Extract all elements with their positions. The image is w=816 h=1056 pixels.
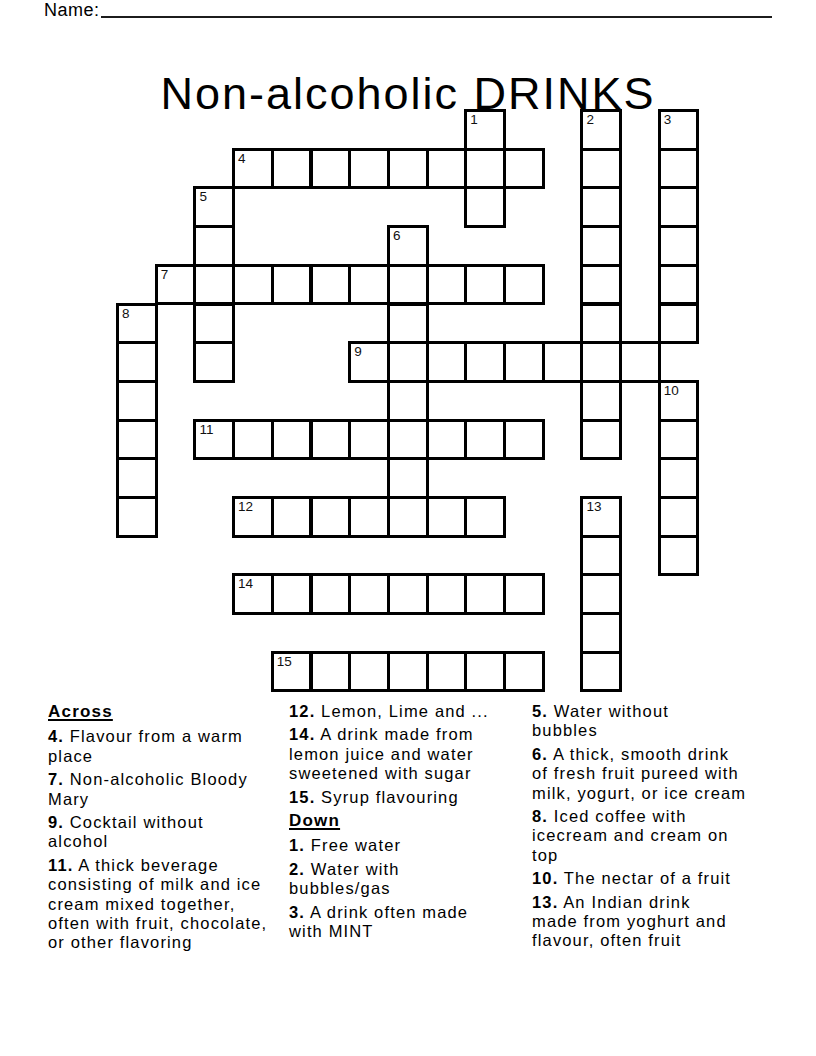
grid-cell[interactable] bbox=[580, 573, 622, 615]
clue-column-right: 5. Water withoutbubbles6. A thick, smoot… bbox=[532, 702, 772, 955]
grid-cell[interactable] bbox=[116, 380, 158, 422]
grid-cell[interactable]: 8 bbox=[116, 303, 158, 345]
grid-cell[interactable] bbox=[426, 496, 468, 538]
grid-cell[interactable] bbox=[580, 612, 622, 654]
grid-cell[interactable] bbox=[387, 651, 429, 693]
grid-cell[interactable] bbox=[116, 457, 158, 499]
grid-cell[interactable] bbox=[271, 573, 313, 615]
grid-cell[interactable] bbox=[193, 264, 235, 306]
clue-8: 8. Iced coffee withicecream and cream on… bbox=[532, 807, 772, 865]
grid-cell[interactable] bbox=[310, 419, 352, 461]
grid-cell[interactable] bbox=[464, 573, 506, 615]
clue-15: 15. Syrup flavouring bbox=[289, 788, 519, 807]
grid-cell[interactable]: 4 bbox=[232, 148, 274, 190]
grid-cell[interactable] bbox=[464, 496, 506, 538]
cell-number: 5 bbox=[199, 190, 207, 204]
grid-cell[interactable] bbox=[658, 535, 700, 577]
grid-cell[interactable] bbox=[503, 341, 545, 383]
grid-cell[interactable] bbox=[503, 264, 545, 306]
grid-cell[interactable] bbox=[387, 341, 429, 383]
grid-cell[interactable] bbox=[348, 419, 390, 461]
grid-cell[interactable] bbox=[658, 148, 700, 190]
clue-heading-across: Across bbox=[48, 702, 284, 721]
grid-cell[interactable] bbox=[348, 148, 390, 190]
clue-4: 4. Flavour from a warmplace bbox=[48, 727, 284, 766]
cell-number: 7 bbox=[161, 268, 169, 282]
grid-cell[interactable] bbox=[619, 341, 661, 383]
grid-cell[interactable] bbox=[464, 186, 506, 228]
cell-number: 15 bbox=[277, 655, 292, 669]
clue-2: 2. Water withbubbles/gas bbox=[289, 860, 519, 899]
grid-cell[interactable] bbox=[580, 148, 622, 190]
grid-cell[interactable]: 5 bbox=[193, 186, 235, 228]
grid-cell[interactable] bbox=[116, 341, 158, 383]
grid-cell[interactable] bbox=[387, 148, 429, 190]
cell-number: 14 bbox=[238, 577, 253, 591]
name-label: Name: bbox=[44, 0, 100, 21]
grid-cell[interactable] bbox=[387, 457, 429, 499]
grid-cell[interactable] bbox=[116, 419, 158, 461]
cell-number: 12 bbox=[238, 500, 253, 514]
grid-cell[interactable] bbox=[193, 303, 235, 345]
clue-13: 13. An Indian drinkmade from yoghurt and… bbox=[532, 893, 772, 951]
grid-cell[interactable]: 15 bbox=[271, 651, 313, 693]
grid-cell[interactable] bbox=[387, 380, 429, 422]
grid-cell[interactable] bbox=[580, 225, 622, 267]
grid-cell[interactable] bbox=[580, 380, 622, 422]
grid-cell[interactable] bbox=[387, 303, 429, 345]
grid-cell[interactable] bbox=[658, 186, 700, 228]
clue-6: 6. A thick, smooth drinkof fresh fruit p… bbox=[532, 745, 772, 803]
clue-14: 14. A drink made fromlemon juice and wat… bbox=[289, 725, 519, 783]
grid-cell[interactable]: 11 bbox=[193, 419, 235, 461]
grid-cell[interactable] bbox=[310, 651, 352, 693]
grid-cell[interactable] bbox=[464, 148, 506, 190]
grid-cell[interactable] bbox=[426, 341, 468, 383]
grid-cell[interactable]: 7 bbox=[155, 264, 197, 306]
grid-cell[interactable] bbox=[387, 264, 429, 306]
clue-7: 7. Non-alcoholic BloodyMary bbox=[48, 770, 284, 809]
grid-cell[interactable] bbox=[426, 573, 468, 615]
grid-cell[interactable] bbox=[387, 573, 429, 615]
grid-cell[interactable] bbox=[464, 264, 506, 306]
name-entry-line bbox=[101, 16, 772, 18]
grid-cell[interactable] bbox=[658, 264, 700, 306]
grid-cell[interactable] bbox=[580, 341, 622, 383]
grid-cell[interactable] bbox=[193, 341, 235, 383]
grid-cell[interactable] bbox=[271, 496, 313, 538]
grid-cell[interactable] bbox=[310, 264, 352, 306]
grid-cell[interactable]: 9 bbox=[348, 341, 390, 383]
grid-cell[interactable] bbox=[580, 303, 622, 345]
grid-cell[interactable] bbox=[503, 419, 545, 461]
grid-cell[interactable] bbox=[658, 303, 700, 345]
grid-cell[interactable] bbox=[426, 651, 468, 693]
grid-cell[interactable] bbox=[310, 573, 352, 615]
cell-number: 4 bbox=[238, 152, 246, 166]
grid-cell[interactable] bbox=[271, 148, 313, 190]
clue-10: 10. The nectar of a fruit bbox=[532, 869, 772, 888]
grid-cell[interactable]: 14 bbox=[232, 573, 274, 615]
cell-number: 9 bbox=[354, 345, 362, 359]
grid-cell[interactable] bbox=[310, 496, 352, 538]
grid-cell[interactable] bbox=[503, 148, 545, 190]
grid-cell[interactable] bbox=[580, 419, 622, 461]
grid-cell[interactable] bbox=[580, 264, 622, 306]
grid-cell[interactable] bbox=[348, 651, 390, 693]
grid-cell[interactable] bbox=[464, 651, 506, 693]
grid-cell[interactable] bbox=[232, 264, 274, 306]
cell-number: 10 bbox=[664, 384, 679, 398]
worksheet-page: Name: Non-alcoholic DRINKS 1234567891011… bbox=[0, 0, 816, 1056]
grid-cell[interactable] bbox=[348, 573, 390, 615]
grid-cell[interactable] bbox=[116, 496, 158, 538]
grid-cell[interactable]: 1 bbox=[464, 109, 506, 151]
grid-cell[interactable]: 13 bbox=[580, 496, 622, 538]
grid-cell[interactable] bbox=[348, 264, 390, 306]
cell-number: 3 bbox=[664, 113, 672, 127]
grid-cell[interactable]: 12 bbox=[232, 496, 274, 538]
grid-cell[interactable] bbox=[658, 496, 700, 538]
clue-3: 3. A drink often madewith MINT bbox=[289, 903, 519, 942]
grid-cell[interactable]: 3 bbox=[658, 109, 700, 151]
grid-cell[interactable] bbox=[464, 419, 506, 461]
grid-cell[interactable] bbox=[503, 573, 545, 615]
clue-12: 12. Lemon, Lime and ... bbox=[289, 702, 519, 721]
clue-11: 11. A thick beverageconsisting of milk a… bbox=[48, 856, 284, 953]
grid-cell[interactable] bbox=[426, 264, 468, 306]
clue-heading-down: Down bbox=[289, 811, 519, 830]
grid-cell[interactable] bbox=[580, 651, 622, 693]
cell-number: 13 bbox=[586, 500, 601, 514]
grid-cell[interactable] bbox=[426, 419, 468, 461]
clue-column-middle: 12. Lemon, Lime and ...14. A drink made … bbox=[289, 702, 519, 945]
grid-cell[interactable] bbox=[658, 457, 700, 499]
grid-cell[interactable]: 6 bbox=[387, 225, 429, 267]
clue-column-left: Across4. Flavour from a warmplace7. Non-… bbox=[48, 702, 284, 957]
grid-cell[interactable] bbox=[387, 419, 429, 461]
clue-1: 1. Free water bbox=[289, 836, 519, 855]
crossword-grid: 123456789101112131415 bbox=[116, 109, 700, 693]
grid-cell[interactable] bbox=[542, 341, 584, 383]
clue-9: 9. Cocktail withoutalcohol bbox=[48, 813, 284, 852]
clue-5: 5. Water withoutbubbles bbox=[532, 702, 772, 741]
grid-cell[interactable]: 2 bbox=[580, 109, 622, 151]
grid-cell[interactable] bbox=[503, 651, 545, 693]
cell-number: 8 bbox=[122, 307, 130, 321]
cell-number: 2 bbox=[586, 113, 594, 127]
grid-cell[interactable] bbox=[232, 419, 274, 461]
cell-number: 1 bbox=[470, 113, 478, 127]
grid-cell[interactable] bbox=[658, 225, 700, 267]
grid-cell[interactable] bbox=[658, 419, 700, 461]
grid-cell[interactable]: 10 bbox=[658, 380, 700, 422]
grid-cell[interactable] bbox=[464, 341, 506, 383]
cell-number: 11 bbox=[199, 423, 213, 437]
grid-cell[interactable] bbox=[580, 535, 622, 577]
grid-cell[interactable] bbox=[426, 148, 468, 190]
grid-cell[interactable] bbox=[193, 225, 235, 267]
grid-cell[interactable] bbox=[271, 419, 313, 461]
grid-cell[interactable] bbox=[348, 496, 390, 538]
grid-cell[interactable] bbox=[271, 264, 313, 306]
cell-number: 6 bbox=[393, 229, 401, 243]
grid-cell[interactable] bbox=[580, 186, 622, 228]
grid-cell[interactable] bbox=[310, 148, 352, 190]
grid-cell[interactable] bbox=[387, 496, 429, 538]
